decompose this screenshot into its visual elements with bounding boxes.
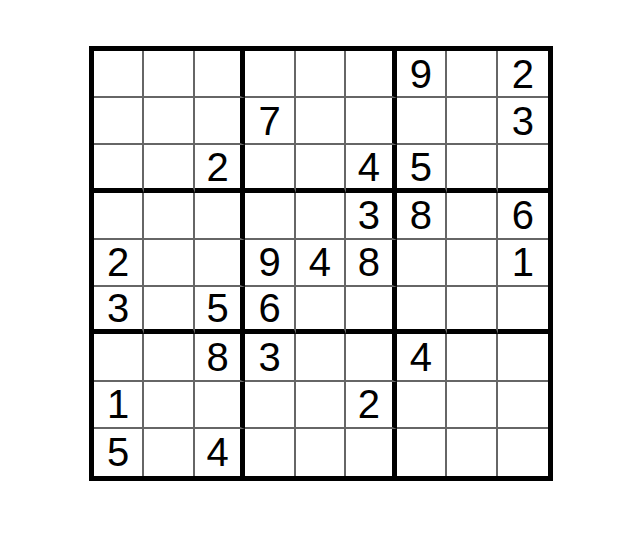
cell-r9c7-empty[interactable] <box>397 429 447 476</box>
cell-r1c6-empty[interactable] <box>346 51 396 98</box>
cell-r3c6-given-4[interactable]: 4 <box>346 145 396 192</box>
cell-r4c9-given-6[interactable]: 6 <box>498 193 548 240</box>
cell-r5c8-empty[interactable] <box>447 240 497 287</box>
cell-r2c4-given-7[interactable]: 7 <box>245 98 295 145</box>
cell-r5c6-given-8[interactable]: 8 <box>346 240 396 287</box>
cell-r8c1-given-1[interactable]: 1 <box>94 382 144 429</box>
cell-r4c2-empty[interactable] <box>144 193 194 240</box>
cell-r2c3-empty[interactable] <box>195 98 245 145</box>
cell-r3c1-empty[interactable] <box>94 145 144 192</box>
cell-r4c5-empty[interactable] <box>296 193 346 240</box>
cell-r1c3-empty[interactable] <box>195 51 245 98</box>
cell-r7c8-empty[interactable] <box>447 334 497 381</box>
cell-r8c8-empty[interactable] <box>447 382 497 429</box>
cell-r2c7-empty[interactable] <box>397 98 447 145</box>
cell-r2c2-empty[interactable] <box>144 98 194 145</box>
cell-r5c7-empty[interactable] <box>397 240 447 287</box>
cell-r6c1-given-3[interactable]: 3 <box>94 287 144 334</box>
cell-r2c5-empty[interactable] <box>296 98 346 145</box>
cell-r6c9-empty[interactable] <box>498 287 548 334</box>
cell-r3c7-given-5[interactable]: 5 <box>397 145 447 192</box>
cell-r5c4-given-9[interactable]: 9 <box>245 240 295 287</box>
cell-r3c9-empty[interactable] <box>498 145 548 192</box>
cell-r8c7-empty[interactable] <box>397 382 447 429</box>
cell-r3c2-empty[interactable] <box>144 145 194 192</box>
cell-r6c8-empty[interactable] <box>447 287 497 334</box>
cell-r9c6-empty[interactable] <box>346 429 396 476</box>
cell-r6c5-empty[interactable] <box>296 287 346 334</box>
cell-r1c9-given-2[interactable]: 2 <box>498 51 548 98</box>
cell-r4c3-empty[interactable] <box>195 193 245 240</box>
cell-r2c1-empty[interactable] <box>94 98 144 145</box>
cell-r7c2-empty[interactable] <box>144 334 194 381</box>
cell-r9c9-empty[interactable] <box>498 429 548 476</box>
cell-r7c3-given-8[interactable]: 8 <box>195 334 245 381</box>
cell-r3c8-empty[interactable] <box>447 145 497 192</box>
cell-r1c4-empty[interactable] <box>245 51 295 98</box>
cell-r2c6-empty[interactable] <box>346 98 396 145</box>
sudoku-page: 9273245386294813568341254 <box>0 0 640 540</box>
cell-r7c5-empty[interactable] <box>296 334 346 381</box>
cell-r6c6-empty[interactable] <box>346 287 396 334</box>
cell-r4c1-empty[interactable] <box>94 193 144 240</box>
cell-r5c5-given-4[interactable]: 4 <box>296 240 346 287</box>
cell-r8c6-given-2[interactable]: 2 <box>346 382 396 429</box>
cell-r8c3-empty[interactable] <box>195 382 245 429</box>
cell-r5c2-empty[interactable] <box>144 240 194 287</box>
cell-r5c9-given-1[interactable]: 1 <box>498 240 548 287</box>
cell-r9c5-empty[interactable] <box>296 429 346 476</box>
cell-r1c2-empty[interactable] <box>144 51 194 98</box>
cell-r7c1-empty[interactable] <box>94 334 144 381</box>
cell-r3c4-empty[interactable] <box>245 145 295 192</box>
cell-r3c3-given-2[interactable]: 2 <box>195 145 245 192</box>
cell-r9c1-given-5[interactable]: 5 <box>94 429 144 476</box>
cell-r5c1-given-2[interactable]: 2 <box>94 240 144 287</box>
cell-r4c4-empty[interactable] <box>245 193 295 240</box>
cell-r6c7-empty[interactable] <box>397 287 447 334</box>
cell-r4c6-given-3[interactable]: 3 <box>346 193 396 240</box>
cell-r8c4-empty[interactable] <box>245 382 295 429</box>
cell-r9c8-empty[interactable] <box>447 429 497 476</box>
cell-r6c3-given-5[interactable]: 5 <box>195 287 245 334</box>
cell-r8c5-empty[interactable] <box>296 382 346 429</box>
cell-r8c2-empty[interactable] <box>144 382 194 429</box>
cell-r7c7-given-4[interactable]: 4 <box>397 334 447 381</box>
cell-r6c2-empty[interactable] <box>144 287 194 334</box>
cell-r1c5-empty[interactable] <box>296 51 346 98</box>
cell-r5c3-empty[interactable] <box>195 240 245 287</box>
cell-r1c7-given-9[interactable]: 9 <box>397 51 447 98</box>
cell-r9c3-given-4[interactable]: 4 <box>195 429 245 476</box>
cell-r1c1-empty[interactable] <box>94 51 144 98</box>
cell-r7c4-given-3[interactable]: 3 <box>245 334 295 381</box>
cell-r4c8-empty[interactable] <box>447 193 497 240</box>
cell-r1c8-empty[interactable] <box>447 51 497 98</box>
cell-r9c4-empty[interactable] <box>245 429 295 476</box>
cell-r4c7-given-8[interactable]: 8 <box>397 193 447 240</box>
cell-r8c9-empty[interactable] <box>498 382 548 429</box>
cell-r3c5-empty[interactable] <box>296 145 346 192</box>
cell-r9c2-empty[interactable] <box>144 429 194 476</box>
cell-r7c9-empty[interactable] <box>498 334 548 381</box>
cell-r6c4-given-6[interactable]: 6 <box>245 287 295 334</box>
cell-r7c6-empty[interactable] <box>346 334 396 381</box>
sudoku-board: 9273245386294813568341254 <box>89 46 553 481</box>
cell-r2c8-empty[interactable] <box>447 98 497 145</box>
cell-r2c9-given-3[interactable]: 3 <box>498 98 548 145</box>
